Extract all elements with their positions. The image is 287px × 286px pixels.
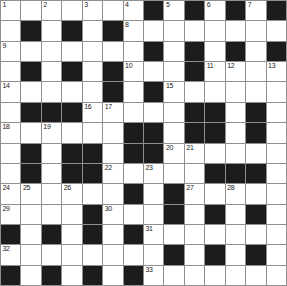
block-r5-c6 [103, 82, 122, 101]
block-r12-c1 [1, 225, 20, 244]
cell-r14-c11[interactable] [205, 266, 224, 285]
block-r7-c11 [205, 123, 224, 142]
cell-r3-c11[interactable] [205, 42, 224, 61]
block-r11-c5 [83, 205, 102, 224]
block-r8-c2 [21, 144, 40, 163]
block-r11-c11 [205, 205, 224, 224]
cell-r12-c8[interactable]: 31 [144, 225, 163, 244]
block-r10-c9 [164, 184, 183, 203]
cell-r14-c14[interactable] [267, 266, 286, 285]
block-r12-c3 [42, 225, 61, 244]
clue-number-29: 29 [3, 205, 10, 213]
cell-r13-c4[interactable] [62, 245, 81, 264]
cell-r14-c13[interactable] [246, 266, 265, 285]
cell-r12-c12[interactable] [226, 225, 245, 244]
block-r6-c2 [21, 103, 40, 122]
block-r12-c5 [83, 225, 102, 244]
cell-r14-c6[interactable] [103, 266, 122, 285]
cell-r10-c12[interactable]: 28 [226, 184, 245, 203]
cell-r1-c7[interactable]: 4 [124, 1, 143, 20]
cell-r1-c6[interactable] [103, 1, 122, 20]
block-r14-c3 [42, 266, 61, 285]
cell-r8-c11[interactable] [205, 144, 224, 163]
cell-r4-c1[interactable] [1, 62, 20, 81]
cell-r8-c13[interactable] [246, 144, 265, 163]
block-r5-c8 [144, 82, 163, 101]
clue-number-33: 33 [146, 266, 153, 274]
cell-r10-c8[interactable] [144, 184, 163, 203]
clue-number-31: 31 [146, 225, 153, 233]
cell-r6-c12[interactable] [226, 103, 245, 122]
cell-r5-c1[interactable]: 14 [1, 82, 20, 101]
cell-r2-c1[interactable] [1, 21, 20, 40]
block-r9-c5 [83, 164, 102, 183]
block-r8-c7 [124, 144, 143, 163]
cell-r4-c14[interactable]: 13 [267, 62, 286, 81]
block-r3-c14 [267, 42, 286, 61]
clue-number-28: 28 [227, 184, 234, 192]
cell-r10-c3[interactable] [42, 184, 61, 203]
block-r14-c7 [124, 266, 143, 285]
cell-r2-c14[interactable] [267, 21, 286, 40]
cell-r10-c6[interactable] [103, 184, 122, 203]
block-r11-c13 [246, 205, 265, 224]
clue-number-15: 15 [166, 82, 173, 90]
cell-r5-c12[interactable] [226, 82, 245, 101]
cell-r9-c7[interactable] [124, 164, 143, 183]
clue-number-20: 20 [166, 144, 173, 152]
clue-number-16: 16 [84, 103, 91, 111]
cell-r5-c13[interactable] [246, 82, 265, 101]
cell-r12-c11[interactable] [205, 225, 224, 244]
cell-r2-c5[interactable] [83, 21, 102, 40]
block-r6-c10 [185, 103, 204, 122]
block-r13-c11 [205, 245, 224, 264]
cell-r10-c1[interactable]: 24 [1, 184, 20, 203]
cell-r14-c4[interactable] [62, 266, 81, 285]
block-r8-c8 [144, 144, 163, 163]
cell-r7-c3[interactable]: 19 [42, 123, 61, 142]
clue-number-10: 10 [125, 62, 132, 70]
cell-r5-c7[interactable] [124, 82, 143, 101]
cell-r3-c13[interactable] [246, 42, 265, 61]
cell-r1-c4[interactable] [62, 1, 81, 20]
clue-number-7: 7 [248, 1, 252, 9]
cell-r12-c9[interactable] [164, 225, 183, 244]
cell-r13-c3[interactable] [42, 245, 61, 264]
cell-r9-c10[interactable] [185, 164, 204, 183]
block-r10-c7 [124, 184, 143, 203]
clue-number-22: 22 [105, 164, 112, 172]
cell-r6-c14[interactable] [267, 103, 286, 122]
cell-r10-c5[interactable] [83, 184, 102, 203]
block-r3-c12 [226, 42, 245, 61]
cell-r5-c4[interactable] [62, 82, 81, 101]
cell-r1-c3[interactable]: 2 [42, 1, 61, 20]
block-r1-c12 [226, 1, 245, 20]
clue-number-19: 19 [43, 123, 50, 131]
cell-r13-c8[interactable] [144, 245, 163, 264]
cell-r2-c10[interactable] [185, 21, 204, 40]
cell-r4-c13[interactable] [246, 62, 265, 81]
block-r4-c4 [62, 62, 81, 81]
cell-r5-c3[interactable] [42, 82, 61, 101]
block-r1-c8 [144, 1, 163, 20]
block-r4-c10 [185, 62, 204, 81]
block-r9-c2 [21, 164, 40, 183]
block-r2-c2 [21, 21, 40, 40]
cell-r13-c10[interactable] [185, 245, 204, 264]
cell-r7-c2[interactable] [21, 123, 40, 142]
cell-r6-c5[interactable]: 16 [83, 103, 102, 122]
clue-number-1: 1 [3, 1, 7, 9]
cell-r6-c9[interactable] [164, 103, 183, 122]
cell-r10-c14[interactable] [267, 184, 286, 203]
cell-r6-c6[interactable]: 17 [103, 103, 122, 122]
crossword-grid: 1234567891011121314151617181920212223242… [0, 0, 287, 286]
cell-r13-c5[interactable] [83, 245, 102, 264]
cell-r2-c12[interactable] [226, 21, 245, 40]
cell-r4-c9[interactable] [164, 62, 183, 81]
block-r14-c5 [83, 266, 102, 285]
block-r6-c4 [62, 103, 81, 122]
cell-r8-c12[interactable] [226, 144, 245, 163]
cell-r8-c6[interactable] [103, 144, 122, 163]
cell-r6-c1[interactable] [1, 103, 20, 122]
clue-number-9: 9 [3, 42, 7, 50]
block-r1-c10 [185, 1, 204, 20]
clue-number-21: 21 [186, 144, 193, 152]
cell-r10-c10[interactable]: 27 [185, 184, 204, 203]
crossword-puzzle: 1234567891011121314151617181920212223242… [0, 0, 287, 286]
cell-r3-c5[interactable] [83, 42, 102, 61]
cell-r3-c1[interactable]: 9 [1, 42, 20, 61]
cell-r4-c12[interactable]: 12 [226, 62, 245, 81]
cell-r1-c9[interactable]: 5 [164, 1, 183, 20]
cell-r14-c2[interactable] [21, 266, 40, 285]
cell-r7-c5[interactable] [83, 123, 102, 142]
cell-r7-c12[interactable] [226, 123, 245, 142]
clue-number-4: 4 [125, 1, 129, 9]
cell-r11-c8[interactable] [144, 205, 163, 224]
cell-r8-c14[interactable] [267, 144, 286, 163]
cell-r11-c2[interactable] [21, 205, 40, 224]
cell-r10-c2[interactable]: 25 [21, 184, 40, 203]
clue-number-32: 32 [3, 245, 10, 253]
block-r1-c14 [267, 1, 286, 20]
cell-r2-c7[interactable]: 8 [124, 21, 143, 40]
cell-r9-c9[interactable] [164, 164, 183, 183]
cell-r10-c13[interactable] [246, 184, 265, 203]
cell-r7-c6[interactable] [103, 123, 122, 142]
cell-r12-c4[interactable] [62, 225, 81, 244]
cell-r1-c5[interactable]: 3 [83, 1, 102, 20]
clue-number-30: 30 [105, 205, 112, 213]
cell-r10-c11[interactable] [205, 184, 224, 203]
cell-r1-c11[interactable]: 6 [205, 1, 224, 20]
cell-r8-c10[interactable]: 21 [185, 144, 204, 163]
clue-number-17: 17 [105, 103, 112, 111]
clue-number-5: 5 [166, 1, 170, 9]
clue-number-2: 2 [43, 1, 47, 9]
cell-r11-c4[interactable] [62, 205, 81, 224]
clue-number-12: 12 [227, 62, 234, 70]
cell-r12-c14[interactable] [267, 225, 286, 244]
cell-r5-c9[interactable]: 15 [164, 82, 183, 101]
cell-r11-c10[interactable] [185, 205, 204, 224]
cell-r5-c14[interactable] [267, 82, 286, 101]
clue-number-25: 25 [23, 184, 30, 192]
cell-r8-c1[interactable] [1, 144, 20, 163]
cell-r7-c1[interactable]: 18 [1, 123, 20, 142]
block-r7-c8 [144, 123, 163, 142]
block-r4-c6 [103, 62, 122, 81]
cell-r6-c7[interactable] [124, 103, 143, 122]
cell-r12-c2[interactable] [21, 225, 40, 244]
cell-r2-c11[interactable] [205, 21, 224, 40]
cell-r10-c4[interactable]: 26 [62, 184, 81, 203]
cell-r3-c4[interactable] [62, 42, 81, 61]
block-r9-c13 [246, 164, 265, 183]
cell-r9-c8[interactable]: 23 [144, 164, 163, 183]
cell-r9-c6[interactable]: 22 [103, 164, 122, 183]
cell-r4-c7[interactable]: 10 [124, 62, 143, 81]
cell-r2-c8[interactable] [144, 21, 163, 40]
block-r13-c13 [246, 245, 265, 264]
cell-r11-c12[interactable] [226, 205, 245, 224]
clue-number-24: 24 [3, 184, 10, 192]
cell-r5-c5[interactable] [83, 82, 102, 101]
clue-number-18: 18 [3, 123, 10, 131]
cell-r11-c3[interactable] [42, 205, 61, 224]
cell-r4-c11[interactable]: 11 [205, 62, 224, 81]
block-r7-c10 [185, 123, 204, 142]
cell-r3-c6[interactable] [103, 42, 122, 61]
cell-r13-c14[interactable] [267, 245, 286, 264]
block-r8-c5 [83, 144, 102, 163]
clue-number-6: 6 [207, 1, 211, 9]
clue-number-8: 8 [125, 21, 129, 29]
cell-r7-c9[interactable] [164, 123, 183, 142]
cell-r3-c9[interactable] [164, 42, 183, 61]
cell-r13-c6[interactable] [103, 245, 122, 264]
cell-r14-c10[interactable] [185, 266, 204, 285]
block-r9-c4 [62, 164, 81, 183]
cell-r3-c2[interactable] [21, 42, 40, 61]
cell-r11-c14[interactable] [267, 205, 286, 224]
cell-r4-c3[interactable] [42, 62, 61, 81]
cell-r1-c2[interactable] [21, 1, 40, 20]
cell-r13-c7[interactable] [124, 245, 143, 264]
cell-r7-c4[interactable] [62, 123, 81, 142]
block-r12-c7 [124, 225, 143, 244]
block-r3-c8 [144, 42, 163, 61]
block-r3-c10 [185, 42, 204, 61]
cell-r2-c3[interactable] [42, 21, 61, 40]
clue-number-27: 27 [186, 184, 193, 192]
block-r7-c13 [246, 123, 265, 142]
cell-r4-c5[interactable] [83, 62, 102, 81]
cell-r14-c9[interactable] [164, 266, 183, 285]
cell-r8-c3[interactable] [42, 144, 61, 163]
clue-number-26: 26 [64, 184, 71, 192]
cell-r6-c8[interactable] [144, 103, 163, 122]
clue-number-23: 23 [146, 164, 153, 172]
cell-r13-c1[interactable]: 32 [1, 245, 20, 264]
cell-r14-c8[interactable]: 33 [144, 266, 163, 285]
block-r13-c9 [164, 245, 183, 264]
cell-r9-c1[interactable] [1, 164, 20, 183]
cell-r9-c14[interactable] [267, 164, 286, 183]
cell-r3-c7[interactable] [124, 42, 143, 61]
block-r14-c1 [1, 266, 20, 285]
block-r6-c13 [246, 103, 265, 122]
block-r9-c11 [205, 164, 224, 183]
cell-r1-c1[interactable]: 1 [1, 1, 20, 20]
cell-r2-c13[interactable] [246, 21, 265, 40]
cell-r9-c3[interactable] [42, 164, 61, 183]
cell-r11-c1[interactable]: 29 [1, 205, 20, 224]
cell-r5-c11[interactable] [205, 82, 224, 101]
clue-number-14: 14 [3, 82, 10, 90]
cell-r12-c6[interactable] [103, 225, 122, 244]
block-r2-c6 [103, 21, 122, 40]
cell-r13-c2[interactable] [21, 245, 40, 264]
block-r9-c12 [226, 164, 245, 183]
cell-r12-c13[interactable] [246, 225, 265, 244]
cell-r13-c12[interactable] [226, 245, 245, 264]
cell-r14-c12[interactable] [226, 266, 245, 285]
block-r4-c2 [21, 62, 40, 81]
cell-r11-c6[interactable]: 30 [103, 205, 122, 224]
cell-r12-c10[interactable] [185, 225, 204, 244]
cell-r3-c3[interactable] [42, 42, 61, 61]
cell-r7-c14[interactable] [267, 123, 286, 142]
clue-number-3: 3 [84, 1, 88, 9]
cell-r11-c7[interactable] [124, 205, 143, 224]
cell-r5-c10[interactable] [185, 82, 204, 101]
block-r6-c11 [205, 103, 224, 122]
cell-r4-c8[interactable] [144, 62, 163, 81]
cell-r1-c13[interactable]: 7 [246, 1, 265, 20]
block-r6-c3 [42, 103, 61, 122]
block-r2-c4 [62, 21, 81, 40]
clue-number-11: 11 [207, 62, 214, 70]
cell-r5-c2[interactable] [21, 82, 40, 101]
block-r11-c9 [164, 205, 183, 224]
block-r7-c7 [124, 123, 143, 142]
clue-number-13: 13 [268, 62, 275, 70]
cell-r8-c9[interactable]: 20 [164, 144, 183, 163]
cell-r2-c9[interactable] [164, 21, 183, 40]
block-r8-c4 [62, 144, 81, 163]
